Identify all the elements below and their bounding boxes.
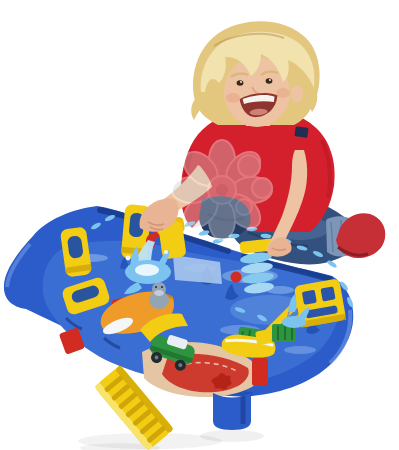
ear (291, 85, 303, 103)
cheek-blush (276, 88, 290, 98)
support-leg (213, 393, 251, 430)
eye (266, 78, 273, 84)
product-photo (0, 0, 399, 450)
eye-glint (269, 79, 271, 81)
eye-glint (240, 81, 242, 83)
eye (237, 80, 244, 86)
sleeve-patch (294, 126, 308, 138)
watermark (172, 140, 272, 240)
scene-illustration (0, 0, 399, 450)
red-lock-pillar (252, 358, 268, 386)
cheek-blush (226, 93, 240, 103)
wheel-crank (231, 272, 242, 283)
